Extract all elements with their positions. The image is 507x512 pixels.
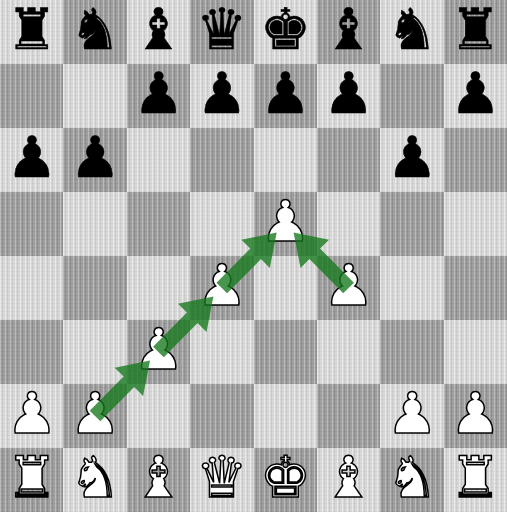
piece-white-pawn-a2[interactable]: ♟ [6, 385, 57, 442]
piece-white-pawn-b2[interactable]: ♟ [70, 385, 121, 442]
square-b3[interactable] [63, 320, 126, 384]
square-d3[interactable] [190, 320, 253, 384]
piece-white-pawn-g2[interactable]: ♟ [386, 385, 437, 442]
square-h5[interactable] [444, 192, 507, 256]
piece-black-pawn-f7[interactable]: ♟ [323, 65, 374, 122]
piece-white-rook-h1[interactable]: ♜ [450, 449, 501, 506]
piece-white-knight-b1[interactable]: ♞ [70, 449, 121, 506]
square-h1[interactable]: ♜ [444, 448, 507, 512]
square-b6[interactable]: ♟ [63, 128, 126, 192]
square-c2[interactable] [127, 384, 190, 448]
piece-black-queen-d8[interactable]: ♛ [196, 1, 247, 58]
square-h3[interactable] [444, 320, 507, 384]
piece-white-pawn-c3[interactable]: ♟ [133, 321, 184, 378]
square-a3[interactable] [0, 320, 63, 384]
square-h4[interactable] [444, 256, 507, 320]
chess-board-stage: ♜♞♝♛♚♝♞♜♟♟♟♟♟♟♟♟♟♟♟♟♟♟♟♟♜♞♝♛♚♝♞♜ [0, 0, 507, 512]
square-e7[interactable]: ♟ [254, 64, 317, 128]
square-d5[interactable] [190, 192, 253, 256]
square-f2[interactable] [317, 384, 380, 448]
square-f8[interactable]: ♝ [317, 0, 380, 64]
square-f3[interactable] [317, 320, 380, 384]
piece-black-bishop-f8[interactable]: ♝ [323, 1, 374, 58]
square-h2[interactable]: ♟ [444, 384, 507, 448]
piece-black-rook-a8[interactable]: ♜ [6, 1, 57, 58]
square-d4[interactable]: ♟ [190, 256, 253, 320]
square-a7[interactable] [0, 64, 63, 128]
piece-white-pawn-e5[interactable]: ♟ [260, 193, 311, 250]
square-f7[interactable]: ♟ [317, 64, 380, 128]
square-f1[interactable]: ♝ [317, 448, 380, 512]
square-d6[interactable] [190, 128, 253, 192]
piece-black-bishop-c8[interactable]: ♝ [133, 1, 184, 58]
square-g4[interactable] [380, 256, 443, 320]
square-d1[interactable]: ♛ [190, 448, 253, 512]
square-c1[interactable]: ♝ [127, 448, 190, 512]
square-e8[interactable]: ♚ [254, 0, 317, 64]
square-a8[interactable]: ♜ [0, 0, 63, 64]
piece-white-bishop-f1[interactable]: ♝ [323, 449, 374, 506]
piece-black-knight-g8[interactable]: ♞ [386, 1, 437, 58]
square-g1[interactable]: ♞ [380, 448, 443, 512]
piece-white-knight-g1[interactable]: ♞ [386, 449, 437, 506]
piece-white-queen-d1[interactable]: ♛ [196, 449, 247, 506]
square-f5[interactable] [317, 192, 380, 256]
square-d2[interactable] [190, 384, 253, 448]
piece-black-pawn-h7[interactable]: ♟ [450, 65, 501, 122]
piece-white-rook-a1[interactable]: ♜ [6, 449, 57, 506]
square-g5[interactable] [380, 192, 443, 256]
square-a4[interactable] [0, 256, 63, 320]
square-g3[interactable] [380, 320, 443, 384]
square-e4[interactable] [254, 256, 317, 320]
square-d7[interactable]: ♟ [190, 64, 253, 128]
square-c5[interactable] [127, 192, 190, 256]
piece-white-pawn-h2[interactable]: ♟ [450, 385, 501, 442]
square-b2[interactable]: ♟ [63, 384, 126, 448]
square-a5[interactable] [0, 192, 63, 256]
square-a2[interactable]: ♟ [0, 384, 63, 448]
square-b1[interactable]: ♞ [63, 448, 126, 512]
square-c8[interactable]: ♝ [127, 0, 190, 64]
piece-black-pawn-b6[interactable]: ♟ [70, 129, 121, 186]
square-b7[interactable] [63, 64, 126, 128]
piece-white-bishop-c1[interactable]: ♝ [133, 449, 184, 506]
square-c4[interactable] [127, 256, 190, 320]
square-c6[interactable] [127, 128, 190, 192]
square-e1[interactable]: ♚ [254, 448, 317, 512]
square-g2[interactable]: ♟ [380, 384, 443, 448]
square-a6[interactable]: ♟ [0, 128, 63, 192]
piece-black-pawn-e7[interactable]: ♟ [260, 65, 311, 122]
square-e2[interactable] [254, 384, 317, 448]
square-d8[interactable]: ♛ [190, 0, 253, 64]
square-b4[interactable] [63, 256, 126, 320]
square-e5[interactable]: ♟ [254, 192, 317, 256]
square-c3[interactable]: ♟ [127, 320, 190, 384]
square-h8[interactable]: ♜ [444, 0, 507, 64]
square-g7[interactable] [380, 64, 443, 128]
piece-black-knight-b8[interactable]: ♞ [70, 1, 121, 58]
square-g6[interactable]: ♟ [380, 128, 443, 192]
square-b8[interactable]: ♞ [63, 0, 126, 64]
piece-black-pawn-c7[interactable]: ♟ [133, 65, 184, 122]
piece-black-pawn-d7[interactable]: ♟ [196, 65, 247, 122]
square-h6[interactable] [444, 128, 507, 192]
piece-white-pawn-d4[interactable]: ♟ [196, 257, 247, 314]
square-h7[interactable]: ♟ [444, 64, 507, 128]
piece-white-king-e1[interactable]: ♚ [260, 449, 311, 506]
square-f4[interactable]: ♟ [317, 256, 380, 320]
piece-white-pawn-f4[interactable]: ♟ [323, 257, 374, 314]
square-e3[interactable] [254, 320, 317, 384]
square-b5[interactable] [63, 192, 126, 256]
square-g8[interactable]: ♞ [380, 0, 443, 64]
chess-board: ♜♞♝♛♚♝♞♜♟♟♟♟♟♟♟♟♟♟♟♟♟♟♟♟♜♞♝♛♚♝♞♜ [0, 0, 507, 512]
piece-black-pawn-a6[interactable]: ♟ [6, 129, 57, 186]
square-f6[interactable] [317, 128, 380, 192]
piece-black-rook-h8[interactable]: ♜ [450, 1, 501, 58]
square-e6[interactable] [254, 128, 317, 192]
square-c7[interactable]: ♟ [127, 64, 190, 128]
piece-black-pawn-g6[interactable]: ♟ [386, 129, 437, 186]
piece-black-king-e8[interactable]: ♚ [260, 1, 311, 58]
square-a1[interactable]: ♜ [0, 448, 63, 512]
